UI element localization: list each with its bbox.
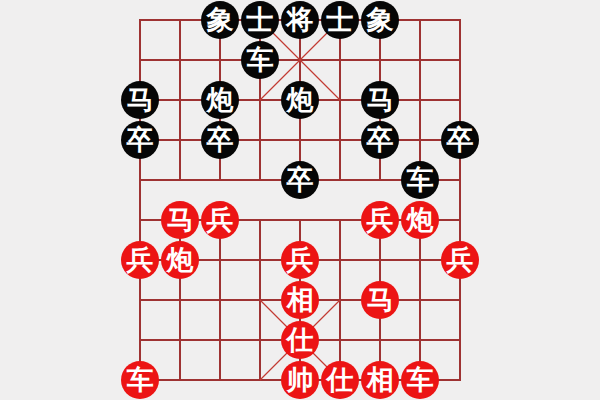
piece-black-soldier[interactable]: 卒 (440, 120, 480, 160)
piece-red-advisor[interactable]: 仕 (280, 320, 320, 360)
red-horse-glyph: 马 (161, 201, 199, 239)
piece-red-soldier[interactable]: 兵 (360, 200, 400, 240)
black-chariot-glyph: 车 (401, 161, 439, 199)
black-soldier-glyph: 卒 (201, 121, 239, 159)
red-soldier-glyph: 兵 (201, 201, 239, 239)
black-advisor-glyph: 士 (321, 1, 359, 39)
red-cannon-glyph: 炮 (161, 241, 199, 279)
red-cannon-glyph: 炮 (401, 201, 439, 239)
point-marker (400, 80, 440, 120)
point-marker (280, 120, 320, 160)
red-advisor-glyph: 仕 (281, 321, 319, 359)
piece-black-cannon[interactable]: 炮 (280, 80, 320, 120)
piece-black-advisor[interactable]: 士 (320, 0, 360, 40)
piece-red-chariot[interactable]: 车 (400, 360, 440, 400)
piece-black-horse[interactable]: 马 (360, 80, 400, 120)
point-marker (160, 80, 200, 120)
piece-black-general[interactable]: 将 (280, 0, 320, 40)
piece-black-chariot[interactable]: 车 (400, 160, 440, 200)
piece-black-chariot[interactable]: 车 (240, 40, 280, 80)
piece-black-soldier[interactable]: 卒 (120, 120, 160, 160)
red-soldier-glyph: 兵 (441, 241, 479, 279)
red-horse-glyph: 马 (361, 281, 399, 319)
point-marker (400, 280, 440, 320)
piece-black-advisor[interactable]: 士 (240, 0, 280, 40)
piece-red-soldier[interactable]: 兵 (440, 240, 480, 280)
piece-red-advisor[interactable]: 仕 (320, 360, 360, 400)
piece-black-soldier[interactable]: 卒 (280, 160, 320, 200)
black-chariot-glyph: 车 (241, 41, 279, 79)
piece-red-general[interactable]: 帅 (280, 360, 320, 400)
pieces-layer: 象士将士象车马炮炮马卒卒卒卒卒车马兵兵炮兵炮兵兵相马仕车帅仕相车 (120, 0, 480, 400)
black-cannon-glyph: 炮 (281, 81, 319, 119)
point-marker (360, 240, 400, 280)
piece-red-chariot[interactable]: 车 (120, 360, 160, 400)
black-horse-glyph: 马 (121, 81, 159, 119)
black-soldier-glyph: 卒 (121, 121, 159, 159)
piece-red-elephant[interactable]: 相 (360, 360, 400, 400)
point-marker (160, 280, 200, 320)
piece-red-soldier[interactable]: 兵 (200, 200, 240, 240)
piece-red-cannon[interactable]: 炮 (160, 240, 200, 280)
piece-red-cannon[interactable]: 炮 (400, 200, 440, 240)
piece-black-elephant[interactable]: 象 (360, 0, 400, 40)
red-advisor-glyph: 仕 (321, 361, 359, 399)
black-soldier-glyph: 卒 (441, 121, 479, 159)
point-marker (200, 240, 240, 280)
black-advisor-glyph: 士 (241, 1, 279, 39)
piece-black-soldier[interactable]: 卒 (360, 120, 400, 160)
black-horse-glyph: 马 (361, 81, 399, 119)
black-soldier-glyph: 卒 (281, 161, 319, 199)
piece-red-soldier[interactable]: 兵 (280, 240, 320, 280)
red-elephant-glyph: 相 (281, 281, 319, 319)
piece-red-horse[interactable]: 马 (160, 200, 200, 240)
red-soldier-glyph: 兵 (361, 201, 399, 239)
red-chariot-glyph: 车 (401, 361, 439, 399)
xiangqi-board: 象士将士象车马炮炮马卒卒卒卒卒车马兵兵炮兵炮兵兵相马仕车帅仕相车 (0, 0, 600, 400)
piece-red-soldier[interactable]: 兵 (120, 240, 160, 280)
black-elephant-glyph: 象 (201, 1, 239, 39)
piece-red-horse[interactable]: 马 (360, 280, 400, 320)
piece-black-elephant[interactable]: 象 (200, 0, 240, 40)
black-soldier-glyph: 卒 (361, 121, 399, 159)
piece-black-cannon[interactable]: 炮 (200, 80, 240, 120)
red-chariot-glyph: 车 (121, 361, 159, 399)
black-elephant-glyph: 象 (361, 1, 399, 39)
black-general-glyph: 将 (281, 1, 319, 39)
red-elephant-glyph: 相 (361, 361, 399, 399)
black-cannon-glyph: 炮 (201, 81, 239, 119)
piece-black-horse[interactable]: 马 (120, 80, 160, 120)
piece-red-elephant[interactable]: 相 (280, 280, 320, 320)
red-general-glyph: 帅 (281, 361, 319, 399)
piece-black-soldier[interactable]: 卒 (200, 120, 240, 160)
red-soldier-glyph: 兵 (281, 241, 319, 279)
red-soldier-glyph: 兵 (121, 241, 159, 279)
